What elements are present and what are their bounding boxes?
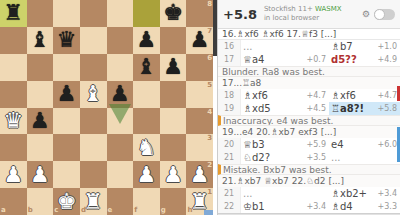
piece-black-bishop[interactable]: ♝ (30, 29, 50, 51)
move-row-16: 16...♗b7+1.0 (218, 40, 400, 53)
chess-board[interactable]: ♜♚8♝♛♟♟7♝♟6♟♝♟5♛♟4♞3♟♟♟♟♟2ab♚c♜defg♜h1 (0, 0, 213, 215)
square-d2[interactable] (80, 161, 107, 188)
black-half-move: ♗xf6+4.7 (329, 89, 400, 102)
move-number: 17 (218, 53, 241, 66)
eval-value: +5.9 (307, 140, 329, 149)
white-move[interactable]: ♘d2? (241, 152, 270, 163)
piece-black-bishop[interactable]: ♝ (137, 56, 157, 78)
square-c5[interactable]: ♟ (53, 81, 80, 108)
engine-toggle[interactable] (374, 9, 395, 20)
square-g8[interactable]: ♚ (160, 0, 187, 27)
square-d4[interactable] (80, 108, 107, 135)
engine-toggle-knob (374, 9, 385, 20)
square-b5[interactable] (27, 81, 54, 108)
square-c8[interactable] (53, 0, 80, 27)
coordinate-file-d: d (81, 207, 86, 214)
square-e2[interactable] (107, 161, 134, 188)
eval-value: +3.5 (307, 153, 329, 162)
white-move[interactable]: ♕b3 (241, 139, 265, 150)
judgment-comment: Mistake. Bxb7 was best. (218, 164, 400, 175)
coordinate-rank-1: 1 (207, 189, 212, 196)
move-number: 16 (218, 40, 241, 53)
coordinate-rank-3: 3 (207, 135, 212, 142)
engine-header: +5.8 Stockfish 11+ WASMX in local browse… (218, 0, 400, 29)
black-move[interactable]: ♗b7 (329, 41, 353, 52)
white-move[interactable]: ... (241, 188, 253, 199)
piece-black-pawn[interactable]: ♟ (30, 110, 50, 132)
square-h4[interactable]: 4 (186, 108, 213, 135)
black-half-move: ♗b7+1.0 (329, 40, 400, 53)
square-c1[interactable]: ♚c (53, 188, 80, 215)
square-d3[interactable] (80, 134, 107, 161)
chess-analysis-app: ♜♚8♝♛♟♟7♝♟6♟♝♟5♛♟4♞3♟♟♟♟♟2ab♚c♜defg♜h1 +… (0, 0, 400, 215)
square-b2[interactable]: ♟ (27, 161, 54, 188)
piece-white-pawn[interactable]: ♟ (137, 164, 157, 186)
black-half-move: ♗d4+3.3 (329, 200, 400, 213)
square-f2[interactable]: ♟ (133, 161, 160, 188)
square-a2[interactable]: ♟ (0, 161, 27, 188)
square-e8[interactable] (107, 0, 134, 27)
white-half-move: ... (241, 40, 329, 53)
black-half-move: ♗xb2++3.4 (329, 187, 400, 200)
piece-black-pawn[interactable]: ♟ (110, 83, 130, 105)
eval-value: +4.9 (378, 55, 400, 64)
black-move[interactable]: d5?? (329, 54, 357, 65)
white-move[interactable]: ♕a4 (241, 54, 264, 65)
engine-arrow-e4 (109, 104, 131, 124)
square-f4[interactable] (133, 108, 160, 135)
engine-name: Stockfish 11+ (264, 5, 313, 13)
black-move[interactable]: ♗xb2+ (329, 188, 367, 199)
white-half-move: ♗xd5+4.5 (241, 102, 329, 115)
black-move[interactable]: e4 (329, 139, 344, 150)
coordinate-rank-8: 8 (207, 1, 212, 8)
engine-pv-line[interactable]: 16.♗xf6 ♗xf6 17.♕f3 [...] (218, 29, 400, 40)
white-half-move: ♕a4+0.7 (241, 53, 329, 66)
coordinate-file-g: g (161, 207, 166, 214)
piece-black-rook[interactable]: ♜ (3, 2, 23, 24)
square-g5[interactable] (160, 81, 187, 108)
square-b6[interactable] (27, 54, 54, 81)
square-b1[interactable]: b (27, 188, 54, 215)
judgment-comment: Blunder. Ra8 was best. (218, 66, 400, 77)
square-b7[interactable]: ♝ (27, 27, 54, 54)
variation-line[interactable]: 17...♖a8 (218, 77, 400, 89)
square-f3[interactable]: ♞ (133, 134, 160, 161)
black-move[interactable]: ♗xf6 (329, 90, 356, 101)
white-move[interactable]: ♗xd5 (241, 103, 271, 114)
piece-white-pawn[interactable]: ♟ (30, 164, 50, 186)
piece-black-pawn[interactable]: ♟ (57, 83, 77, 105)
variation-line[interactable]: 19...e4 20.♗xb7 exf3 [...] (218, 126, 400, 138)
piece-white-pawn[interactable]: ♟ (163, 164, 183, 186)
square-h7[interactable]: ♟7 (186, 27, 213, 54)
square-d5[interactable]: ♝ (80, 81, 107, 108)
engine-info: Stockfish 11+ WASMX in local browser (264, 5, 362, 23)
square-a8[interactable]: ♜ (0, 0, 27, 27)
black-move[interactable]: ... (329, 152, 341, 163)
coordinate-rank-7: 7 (207, 28, 212, 35)
square-c2[interactable] (53, 161, 80, 188)
square-f7[interactable]: ♟ (133, 27, 160, 54)
piece-white-knight[interactable]: ♞ (137, 137, 157, 159)
black-half-move: e4+6.0 (329, 138, 400, 151)
square-a1[interactable]: a (0, 188, 27, 215)
square-g2[interactable]: ♟ (160, 161, 187, 188)
judgment-comment: Inaccuracy. e4 was best. (218, 115, 400, 126)
move-number: 18 (218, 89, 241, 102)
coordinate-rank-5: 5 (207, 82, 212, 89)
square-c4[interactable] (53, 108, 80, 135)
square-a5[interactable] (0, 81, 27, 108)
engine-eval: +5.8 (223, 7, 257, 22)
move-number: 19 (218, 102, 241, 115)
eval-value: +0.7 (307, 55, 329, 64)
black-half-move: ... (329, 151, 400, 164)
white-half-move: ♔b1+3.4 (241, 200, 329, 213)
square-h2[interactable]: ♟2 (186, 161, 213, 188)
eval-value: +5.8 (378, 104, 400, 113)
square-h3[interactable]: 3 (186, 134, 213, 161)
move-row-20: 20♕b3+5.9e4+6.0 (218, 138, 400, 151)
square-d8[interactable] (80, 0, 107, 27)
eval-value: +3.3 (378, 202, 400, 211)
move-row-19: 19♗xd5+4.5♖a8?!+5.8 (218, 102, 400, 115)
square-b3[interactable] (27, 134, 54, 161)
variation-line[interactable]: 21.♗xb7 ♕xb7 22.♘d2 [...] (218, 175, 400, 187)
square-c3[interactable] (53, 134, 80, 161)
square-g1[interactable]: g (160, 188, 187, 215)
square-b8[interactable] (27, 0, 54, 27)
move-row-18: 18♗xf6+4.7♗xf6+4.7 (218, 89, 400, 102)
move-row-21: 21...♗xb2++3.4 (218, 187, 400, 200)
square-a3[interactable] (0, 134, 27, 161)
eval-value: +3.4 (378, 189, 400, 198)
piece-black-queen[interactable]: ♛ (57, 29, 77, 51)
square-f8[interactable] (133, 0, 160, 27)
move-row-22: 22♔b1+3.4♗d4+3.3 (218, 200, 400, 213)
square-d1[interactable]: ♜d (80, 188, 107, 215)
square-e1[interactable]: e (107, 188, 134, 215)
black-half-move: ♖a8?!+5.8 (329, 102, 400, 115)
square-a6[interactable] (0, 54, 27, 81)
move-row-21: 21♘d2?+3.5... (218, 151, 400, 164)
piece-white-rook[interactable]: ♜ (83, 191, 103, 213)
square-a4[interactable]: ♛ (0, 108, 27, 135)
square-b4[interactable]: ♟ (27, 108, 54, 135)
coordinate-file-e: e (108, 207, 113, 214)
black-move[interactable]: ♗d4 (329, 201, 353, 212)
piece-white-king[interactable]: ♚ (57, 191, 77, 213)
square-f1[interactable]: f (133, 188, 160, 215)
move-number: 22 (218, 200, 241, 213)
analysis-panel: +5.8 Stockfish 11+ WASMX in local browse… (217, 0, 400, 215)
square-f6[interactable]: ♝ (133, 54, 160, 81)
square-g6[interactable]: ♟ (160, 54, 187, 81)
gear-icon[interactable]: ⚙ (362, 9, 370, 19)
square-h6[interactable]: 6 (186, 54, 213, 81)
piece-white-queen[interactable]: ♛ (3, 110, 23, 132)
coordinate-file-c: c (54, 207, 58, 214)
square-h8[interactable]: 8 (186, 0, 213, 27)
square-g4[interactable] (160, 108, 187, 135)
coordinate-file-h: h (187, 207, 192, 214)
engine-location: in local browser (264, 14, 319, 22)
eval-value: +4.5 (307, 104, 329, 113)
move-number: 20 (218, 138, 241, 151)
move-row-17: 17♕a4+0.7d5??+4.9 (218, 53, 400, 66)
move-number: 21 (218, 187, 241, 200)
square-c7[interactable]: ♛ (53, 27, 80, 54)
white-move[interactable]: ♗xf6 (241, 90, 268, 101)
square-f5[interactable] (133, 81, 160, 108)
square-c6[interactable] (53, 54, 80, 81)
square-e6[interactable] (107, 54, 134, 81)
square-d6[interactable] (80, 54, 107, 81)
piece-black-pawn[interactable]: ♟ (163, 56, 183, 78)
square-g7[interactable] (160, 27, 187, 54)
piece-white-pawn[interactable]: ♟ (3, 164, 23, 186)
eval-value: +4.7 (307, 91, 329, 100)
coordinate-rank-6: 6 (207, 55, 212, 62)
coordinate-file-f: f (134, 207, 137, 214)
white-half-move: ♕b3+5.9 (241, 138, 329, 151)
square-a7[interactable] (0, 27, 27, 54)
white-half-move: ♗xf6+4.7 (241, 89, 329, 102)
white-half-move: ♘d2?+3.5 (241, 151, 329, 164)
black-half-move: d5??+4.9 (329, 53, 400, 66)
coordinate-file-b: b (28, 207, 33, 214)
square-e7[interactable] (107, 27, 134, 54)
coordinate-rank-4: 4 (207, 109, 212, 116)
eval-value: +1.0 (378, 42, 400, 51)
piece-white-bishop[interactable]: ♝ (83, 83, 103, 105)
coordinate-file-a: a (1, 207, 6, 214)
white-move[interactable]: ♔b1 (241, 201, 265, 212)
coordinate-rank-2: 2 (207, 162, 212, 169)
piece-black-king[interactable]: ♚ (163, 2, 183, 24)
black-move[interactable]: ♖a8?! (329, 103, 364, 114)
engine-mode: WASMX (315, 5, 342, 13)
square-e3[interactable] (107, 134, 134, 161)
square-h5[interactable]: 5 (186, 81, 213, 108)
move-list: 16.♗xf6 ♗xf6 17.♕f3 [...] 16...♗b7+1.017… (218, 29, 400, 213)
square-g3[interactable] (160, 134, 187, 161)
white-move[interactable]: ... (241, 41, 253, 52)
piece-black-pawn[interactable]: ♟ (137, 29, 157, 51)
board-resize-handle[interactable] (204, 210, 213, 215)
square-d7[interactable] (80, 27, 107, 54)
move-number: 21 (218, 151, 241, 164)
eval-value: +3.4 (307, 202, 329, 211)
panel-bottom-strip (218, 213, 400, 215)
white-half-move: ... (241, 187, 329, 200)
